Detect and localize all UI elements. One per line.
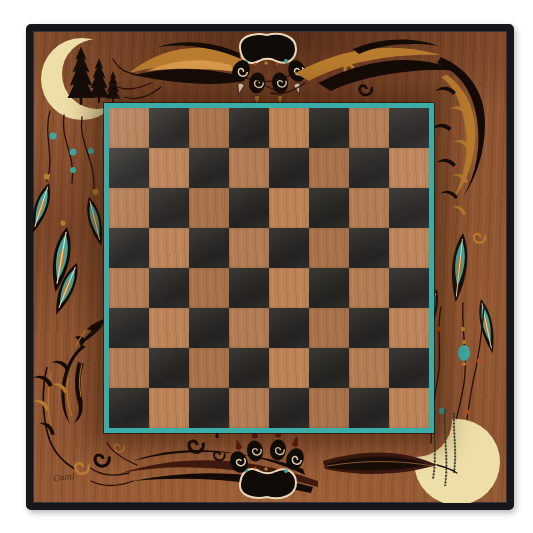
- square-c7[interactable]: [189, 148, 229, 188]
- square-c8[interactable]: [189, 108, 229, 148]
- bear-paw-icon-top: [229, 34, 309, 107]
- square-a4[interactable]: [109, 268, 149, 308]
- square-b8[interactable]: [149, 108, 189, 148]
- square-a5[interactable]: [109, 228, 149, 268]
- square-b7[interactable]: [149, 148, 189, 188]
- bead-strings-icon: [44, 111, 99, 226]
- square-g5[interactable]: [349, 228, 389, 268]
- square-b6[interactable]: [149, 188, 189, 228]
- square-c6[interactable]: [189, 188, 229, 228]
- square-a6[interactable]: [109, 188, 149, 228]
- square-d7[interactable]: [229, 148, 269, 188]
- square-b2[interactable]: [149, 348, 189, 388]
- square-h4[interactable]: [389, 268, 429, 308]
- square-e1[interactable]: [269, 388, 309, 428]
- square-a2[interactable]: [109, 348, 149, 388]
- tribal-swirl-corner-icon: [33, 367, 89, 474]
- square-g4[interactable]: [349, 268, 389, 308]
- square-g7[interactable]: [349, 148, 389, 188]
- square-g8[interactable]: [349, 108, 389, 148]
- square-e6[interactable]: [269, 188, 309, 228]
- square-h1[interactable]: [389, 388, 429, 428]
- artist-signature: Cami: [52, 472, 74, 484]
- spiral-curl-icon: [343, 55, 372, 95]
- square-c4[interactable]: [189, 268, 229, 308]
- square-b3[interactable]: [149, 308, 189, 348]
- feathers-left-icon: [33, 181, 107, 317]
- square-d6[interactable]: [229, 188, 269, 228]
- square-a8[interactable]: [109, 108, 149, 148]
- feather-icon-bottom-left: [89, 443, 318, 493]
- square-f4[interactable]: [309, 268, 349, 308]
- bear-paw-icon-bottom: [227, 426, 307, 498]
- square-h5[interactable]: [389, 228, 429, 268]
- square-a1[interactable]: [109, 388, 149, 428]
- square-a7[interactable]: [109, 148, 149, 188]
- board-photo: Cami: [0, 0, 533, 533]
- square-d4[interactable]: [229, 268, 269, 308]
- howling-wolf-icon: [52, 319, 104, 424]
- square-c1[interactable]: [189, 388, 229, 428]
- square-d1[interactable]: [229, 388, 269, 428]
- square-c2[interactable]: [189, 348, 229, 388]
- square-g3[interactable]: [349, 308, 389, 348]
- square-e3[interactable]: [269, 308, 309, 348]
- square-h3[interactable]: [389, 308, 429, 348]
- square-f8[interactable]: [309, 108, 349, 148]
- square-h8[interactable]: [389, 108, 429, 148]
- square-g1[interactable]: [349, 388, 389, 428]
- square-g6[interactable]: [349, 188, 389, 228]
- square-d5[interactable]: [229, 228, 269, 268]
- checkerboard: [104, 103, 434, 433]
- square-g2[interactable]: [349, 348, 389, 388]
- willow-fronds-icon: [433, 409, 455, 486]
- square-e8[interactable]: [269, 108, 309, 148]
- square-d3[interactable]: [229, 308, 269, 348]
- square-f5[interactable]: [309, 228, 349, 268]
- square-h6[interactable]: [389, 188, 429, 228]
- square-b1[interactable]: [149, 388, 189, 428]
- square-f2[interactable]: [309, 348, 349, 388]
- orange-feather-icon: [111, 42, 281, 98]
- square-h2[interactable]: [389, 348, 429, 388]
- square-e5[interactable]: [269, 228, 309, 268]
- square-d8[interactable]: [229, 108, 269, 148]
- square-e2[interactable]: [269, 348, 309, 388]
- square-h7[interactable]: [389, 148, 429, 188]
- square-f3[interactable]: [309, 308, 349, 348]
- board-frame: Cami: [26, 24, 514, 510]
- square-e7[interactable]: [269, 148, 309, 188]
- square-b5[interactable]: [149, 228, 189, 268]
- bead-strings-right-icon: [430, 303, 484, 451]
- square-f7[interactable]: [309, 148, 349, 188]
- feather-icon-bottom-right: [323, 452, 457, 473]
- pine-trees-icon: [68, 46, 121, 104]
- square-c3[interactable]: [189, 308, 229, 348]
- square-e4[interactable]: [269, 268, 309, 308]
- square-f1[interactable]: [309, 388, 349, 428]
- square-c5[interactable]: [189, 228, 229, 268]
- square-d2[interactable]: [229, 348, 269, 388]
- square-b4[interactable]: [149, 268, 189, 308]
- square-f6[interactable]: [309, 188, 349, 228]
- square-a3[interactable]: [109, 308, 149, 348]
